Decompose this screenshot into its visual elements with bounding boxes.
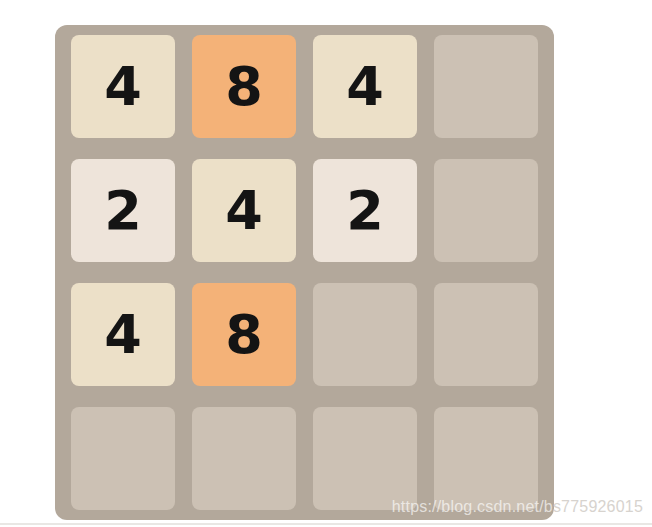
- tile-8-r3c2: 8: [192, 283, 296, 386]
- watermark-text-over-page: s775926015: [553, 498, 643, 515]
- tile-4-r1c3: 4: [313, 35, 417, 138]
- empty-cell-r4c2: [192, 407, 296, 510]
- tile-4-r3c1: 4: [71, 283, 175, 386]
- tile-4-r1c1: 4: [71, 35, 175, 138]
- empty-cell-r4c4: [434, 407, 538, 510]
- tile-2-r2c1: 2: [71, 159, 175, 262]
- empty-cell-r3c3: [313, 283, 417, 386]
- bottom-divider-line: [0, 523, 652, 525]
- empty-cell-r1c4: [434, 35, 538, 138]
- board-2048[interactable]: 48424248: [55, 25, 554, 520]
- empty-cell-r3c4: [434, 283, 538, 386]
- empty-cell-r4c1: [71, 407, 175, 510]
- tile-4-r2c2: 4: [192, 159, 296, 262]
- empty-cell-r4c3: [313, 407, 417, 510]
- tile-2-r2c3: 2: [313, 159, 417, 262]
- tile-8-r1c2: 8: [192, 35, 296, 138]
- empty-cell-r2c4: [434, 159, 538, 262]
